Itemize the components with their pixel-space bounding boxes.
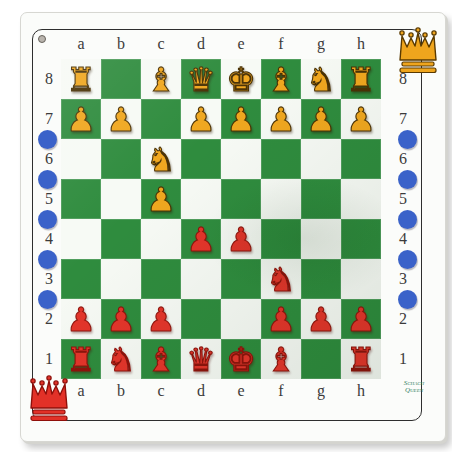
square-c1[interactable]: ♝: [141, 339, 181, 379]
square-e5[interactable]: [221, 179, 261, 219]
square-d6[interactable]: [181, 139, 221, 179]
piece-black-yellow-rook: ♜: [346, 63, 376, 96]
file-label-top-g: g: [301, 34, 341, 54]
square-c7[interactable]: [141, 99, 181, 139]
piece-white-red-rook: ♜: [346, 343, 376, 376]
piece-white-red-queen: ♛: [186, 343, 216, 376]
square-h2[interactable]: ♟: [341, 299, 381, 339]
square-a8[interactable]: ♜: [61, 59, 101, 99]
piece-black-yellow-knight: ♞: [306, 63, 336, 96]
square-e6[interactable]: [221, 139, 261, 179]
square-h5[interactable]: [341, 179, 381, 219]
mounting-hole: [38, 35, 46, 43]
square-c8[interactable]: ♝: [141, 59, 181, 99]
square-b6[interactable]: [101, 139, 141, 179]
square-c4[interactable]: [141, 219, 181, 259]
piece-black-yellow-pawn: ♟: [186, 103, 216, 136]
piece-white-red-pawn: ♟: [106, 303, 136, 336]
square-d3[interactable]: [181, 259, 221, 299]
square-b1[interactable]: ♞: [101, 339, 141, 379]
blue-marker-dot: [38, 170, 57, 189]
square-d2[interactable]: [181, 299, 221, 339]
gold-queen-crown-icon: [394, 26, 442, 76]
file-label-top-e: e: [221, 34, 261, 54]
square-h8[interactable]: ♜: [341, 59, 381, 99]
rank-label-left-1: 1: [37, 339, 61, 379]
brand-logo: Schach Queen: [392, 380, 436, 393]
square-b4[interactable]: [101, 219, 141, 259]
square-f4[interactable]: [261, 219, 301, 259]
square-a3[interactable]: [61, 259, 101, 299]
piece-white-red-bishop: ♝: [266, 343, 296, 376]
blue-marker-dot: [398, 130, 417, 149]
blue-marker-dot: [38, 250, 57, 269]
file-label-bottom-b: b: [101, 381, 141, 401]
square-e7[interactable]: ♟: [221, 99, 261, 139]
piece-black-yellow-queen: ♛: [186, 63, 216, 96]
piece-white-red-pawn: ♟: [66, 303, 96, 336]
file-label-top-b: b: [101, 34, 141, 54]
file-label-bottom-e: e: [221, 381, 261, 401]
square-e2[interactable]: [221, 299, 261, 339]
square-c2[interactable]: ♟: [141, 299, 181, 339]
square-h6[interactable]: [341, 139, 381, 179]
square-f2[interactable]: ♟: [261, 299, 301, 339]
piece-black-yellow-bishop: ♝: [146, 63, 176, 96]
square-e4[interactable]: ♟: [221, 219, 261, 259]
square-c6[interactable]: ♞: [141, 139, 181, 179]
piece-black-yellow-rook: ♜: [66, 63, 96, 96]
square-g6[interactable]: [301, 139, 341, 179]
square-d4[interactable]: ♟: [181, 219, 221, 259]
chess-board: abcdefgh abcdefgh 87654321 87654321 ♜♝♛♚…: [20, 12, 446, 442]
square-c5[interactable]: ♟: [141, 179, 181, 219]
square-g7[interactable]: ♟: [301, 99, 341, 139]
piece-white-red-pawn: ♟: [266, 303, 296, 336]
square-e3[interactable]: [221, 259, 261, 299]
piece-white-red-pawn: ♟: [186, 223, 216, 256]
piece-black-yellow-pawn: ♟: [66, 103, 96, 136]
square-b5[interactable]: [101, 179, 141, 219]
file-label-bottom-c: c: [141, 381, 181, 401]
square-b7[interactable]: ♟: [101, 99, 141, 139]
square-a2[interactable]: ♟: [61, 299, 101, 339]
brand-logo-line2: Queen: [392, 387, 436, 394]
square-a4[interactable]: [61, 219, 101, 259]
playing-grid: ♜♝♛♚♝♞♜♟♟♟♟♟♟♟♞♟♟♟♞♟♟♟♟♟♟♜♞♝♛♚♝♜: [61, 59, 381, 379]
piece-white-red-king: ♚: [226, 343, 256, 376]
piece-white-red-knight: ♞: [106, 343, 136, 376]
blue-marker-dot: [38, 210, 57, 229]
square-h4[interactable]: [341, 219, 381, 259]
square-a5[interactable]: [61, 179, 101, 219]
rank-label-left-8: 8: [37, 59, 61, 99]
piece-black-yellow-pawn: ♟: [346, 103, 376, 136]
blue-marker-dot: [398, 170, 417, 189]
file-label-bottom-g: g: [301, 381, 341, 401]
square-d8[interactable]: ♛: [181, 59, 221, 99]
square-f7[interactable]: ♟: [261, 99, 301, 139]
red-queen-crown-icon: [25, 374, 73, 424]
square-f8[interactable]: ♝: [261, 59, 301, 99]
square-f1[interactable]: ♝: [261, 339, 301, 379]
piece-white-red-bishop: ♝: [146, 343, 176, 376]
demo-chess-board-photo: abcdefgh abcdefgh 87654321 87654321 ♜♝♛♚…: [0, 0, 452, 452]
square-g5[interactable]: [301, 179, 341, 219]
square-h1[interactable]: ♜: [341, 339, 381, 379]
square-g1[interactable]: [301, 339, 341, 379]
piece-white-red-pawn: ♟: [146, 303, 176, 336]
square-h3[interactable]: [341, 259, 381, 299]
file-label-bottom-d: d: [181, 381, 221, 401]
square-e8[interactable]: ♚: [221, 59, 261, 99]
piece-white-red-pawn: ♟: [306, 303, 336, 336]
file-label-top-h: h: [341, 34, 381, 54]
square-g3[interactable]: [301, 259, 341, 299]
file-label-bottom-h: h: [341, 381, 381, 401]
square-g4[interactable]: [301, 219, 341, 259]
piece-black-yellow-pawn: ♟: [226, 103, 256, 136]
square-d5[interactable]: [181, 179, 221, 219]
file-label-top-d: d: [181, 34, 221, 54]
square-g2[interactable]: ♟: [301, 299, 341, 339]
file-label-top-a: a: [61, 34, 101, 54]
file-label-bottom-f: f: [261, 381, 301, 401]
piece-black-yellow-pawn: ♟: [266, 103, 296, 136]
rank-label-right-1: 1: [391, 339, 415, 379]
square-d1[interactable]: ♛: [181, 339, 221, 379]
square-b2[interactable]: ♟: [101, 299, 141, 339]
square-d7[interactable]: ♟: [181, 99, 221, 139]
square-b8[interactable]: [101, 59, 141, 99]
piece-black-yellow-bishop: ♝: [266, 63, 296, 96]
square-a1[interactable]: ♜: [61, 339, 101, 379]
square-f3[interactable]: ♞: [261, 259, 301, 299]
square-f6[interactable]: [261, 139, 301, 179]
blue-marker-dot: [398, 250, 417, 269]
blue-marker-dot: [38, 290, 57, 309]
square-h7[interactable]: ♟: [341, 99, 381, 139]
file-label-top-f: f: [261, 34, 301, 54]
file-label-top-c: c: [141, 34, 181, 54]
blue-marker-dot: [398, 210, 417, 229]
piece-black-yellow-pawn: ♟: [106, 103, 136, 136]
square-a7[interactable]: ♟: [61, 99, 101, 139]
piece-black-yellow-pawn: ♟: [146, 183, 176, 216]
square-g8[interactable]: ♞: [301, 59, 341, 99]
piece-white-red-pawn: ♟: [346, 303, 376, 336]
square-b3[interactable]: [101, 259, 141, 299]
square-f5[interactable]: [261, 179, 301, 219]
square-a6[interactable]: [61, 139, 101, 179]
square-e1[interactable]: ♚: [221, 339, 261, 379]
piece-black-yellow-knight: ♞: [146, 143, 176, 176]
piece-white-red-rook: ♜: [66, 343, 96, 376]
piece-black-yellow-king: ♚: [226, 63, 256, 96]
piece-white-red-pawn: ♟: [226, 223, 256, 256]
square-c3[interactable]: [141, 259, 181, 299]
blue-marker-dot: [38, 130, 57, 149]
piece-white-red-knight: ♞: [266, 263, 296, 296]
blue-marker-dot: [398, 290, 417, 309]
piece-black-yellow-pawn: ♟: [306, 103, 336, 136]
